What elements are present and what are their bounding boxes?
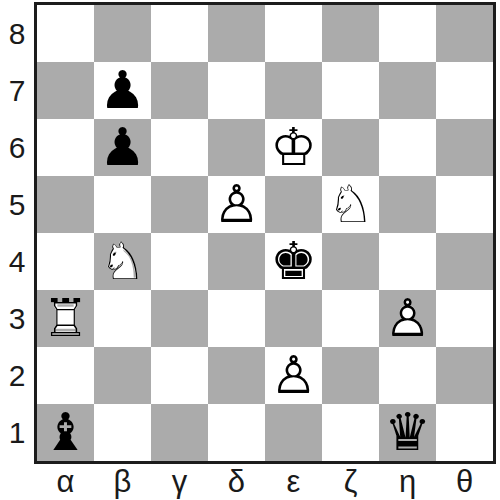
rank-label-3: 3 [0, 290, 34, 347]
square-δ6[interactable] [208, 119, 265, 176]
square-η2[interactable] [379, 347, 436, 404]
square-ζ3[interactable] [322, 290, 379, 347]
rank-label-4: 4 [0, 233, 34, 290]
square-ζ8[interactable] [322, 5, 379, 62]
square-θ3[interactable] [436, 290, 493, 347]
square-ε7[interactable] [265, 62, 322, 119]
white-king-piece[interactable]: ♚♔ [265, 119, 322, 176]
square-δ7[interactable] [208, 62, 265, 119]
square-θ6[interactable] [436, 119, 493, 176]
square-α8[interactable] [37, 5, 94, 62]
square-θ8[interactable] [436, 5, 493, 62]
file-labels: αβγδεζηθ [37, 462, 493, 500]
square-ε8[interactable] [265, 5, 322, 62]
square-γ2[interactable] [151, 347, 208, 404]
square-η8[interactable] [379, 5, 436, 62]
square-α7[interactable] [37, 62, 94, 119]
file-label-ζ: ζ [322, 462, 379, 500]
square-ε1[interactable] [265, 404, 322, 461]
black-pawn-piece[interactable]: ♟ [94, 62, 151, 119]
black-bishop-piece[interactable]: ♝ [37, 404, 94, 461]
square-η3[interactable]: ♟♙ [379, 290, 436, 347]
file-label-η: η [379, 462, 436, 500]
square-ζ6[interactable] [322, 119, 379, 176]
square-θ7[interactable] [436, 62, 493, 119]
rank-label-1: 1 [0, 404, 34, 461]
file-label-δ: δ [208, 462, 265, 500]
square-β2[interactable] [94, 347, 151, 404]
white-piece-outline-glyph: ♖ [37, 290, 94, 347]
square-γ3[interactable] [151, 290, 208, 347]
white-piece-outline-glyph: ♘ [322, 176, 379, 233]
square-γ8[interactable] [151, 5, 208, 62]
square-γ4[interactable] [151, 233, 208, 290]
square-ζ2[interactable] [322, 347, 379, 404]
square-δ1[interactable] [208, 404, 265, 461]
square-ζ7[interactable] [322, 62, 379, 119]
square-η6[interactable] [379, 119, 436, 176]
square-ε2[interactable]: ♟♙ [265, 347, 322, 404]
square-δ3[interactable] [208, 290, 265, 347]
rank-label-2: 2 [0, 347, 34, 404]
white-pawn-piece[interactable]: ♟♙ [379, 290, 436, 347]
square-θ2[interactable] [436, 347, 493, 404]
square-η7[interactable] [379, 62, 436, 119]
white-piece-outline-glyph: ♙ [208, 176, 265, 233]
square-α3[interactable]: ♜♖ [37, 290, 94, 347]
rank-label-7: 7 [0, 62, 34, 119]
square-η4[interactable] [379, 233, 436, 290]
white-piece-outline-glyph: ♙ [379, 290, 436, 347]
square-γ1[interactable] [151, 404, 208, 461]
white-pawn-piece[interactable]: ♟♙ [208, 176, 265, 233]
square-γ7[interactable] [151, 62, 208, 119]
rank-label-8: 8 [0, 5, 34, 62]
white-piece-outline-glyph: ♙ [265, 347, 322, 404]
square-ε3[interactable] [265, 290, 322, 347]
square-ζ1[interactable] [322, 404, 379, 461]
file-label-α: α [37, 462, 94, 500]
black-piece-glyph: ♚ [265, 233, 322, 290]
square-δ8[interactable] [208, 5, 265, 62]
rank-label-5: 5 [0, 176, 34, 233]
square-η1[interactable]: ♛ [379, 404, 436, 461]
rank-labels: 87654321 [0, 5, 34, 461]
square-ζ4[interactable] [322, 233, 379, 290]
square-β5[interactable] [94, 176, 151, 233]
black-king-piece[interactable]: ♚ [265, 233, 322, 290]
square-β8[interactable] [94, 5, 151, 62]
white-knight-piece[interactable]: ♞♘ [94, 233, 151, 290]
white-rook-piece[interactable]: ♜♖ [37, 290, 94, 347]
square-β4[interactable]: ♞♘ [94, 233, 151, 290]
black-piece-glyph: ♟ [94, 62, 151, 119]
square-β1[interactable] [94, 404, 151, 461]
square-ε6[interactable]: ♚♔ [265, 119, 322, 176]
square-α6[interactable] [37, 119, 94, 176]
chess-board: ♟♟♚♔♟♙♞♘♞♘♚♜♖♟♙♟♙♝♛ [34, 2, 496, 464]
square-α4[interactable] [37, 233, 94, 290]
square-δ4[interactable] [208, 233, 265, 290]
square-ζ5[interactable]: ♞♘ [322, 176, 379, 233]
white-piece-outline-glyph: ♔ [265, 119, 322, 176]
square-η5[interactable] [379, 176, 436, 233]
black-pawn-piece[interactable]: ♟ [94, 119, 151, 176]
square-β7[interactable]: ♟ [94, 62, 151, 119]
square-α5[interactable] [37, 176, 94, 233]
square-θ1[interactable] [436, 404, 493, 461]
square-ε4[interactable]: ♚ [265, 233, 322, 290]
black-queen-piece[interactable]: ♛ [379, 404, 436, 461]
file-label-γ: γ [151, 462, 208, 500]
square-θ5[interactable] [436, 176, 493, 233]
black-piece-glyph: ♛ [379, 404, 436, 461]
white-pawn-piece[interactable]: ♟♙ [265, 347, 322, 404]
white-piece-outline-glyph: ♘ [94, 233, 151, 290]
file-label-θ: θ [436, 462, 493, 500]
square-ε5[interactable] [265, 176, 322, 233]
file-label-β: β [94, 462, 151, 500]
square-β6[interactable]: ♟ [94, 119, 151, 176]
chess-diagram: 87654321 ♟♟♚♔♟♙♞♘♞♘♚♜♖♟♙♟♙♝♛ αβγδεζηθ [0, 0, 500, 500]
square-δ5[interactable]: ♟♙ [208, 176, 265, 233]
square-β3[interactable] [94, 290, 151, 347]
square-α1[interactable]: ♝ [37, 404, 94, 461]
rank-label-6: 6 [0, 119, 34, 176]
square-γ5[interactable] [151, 176, 208, 233]
file-label-ε: ε [265, 462, 322, 500]
square-α2[interactable] [37, 347, 94, 404]
square-γ6[interactable] [151, 119, 208, 176]
black-piece-glyph: ♝ [37, 404, 94, 461]
square-δ2[interactable] [208, 347, 265, 404]
black-piece-glyph: ♟ [94, 119, 151, 176]
square-θ4[interactable] [436, 233, 493, 290]
white-knight-piece[interactable]: ♞♘ [322, 176, 379, 233]
